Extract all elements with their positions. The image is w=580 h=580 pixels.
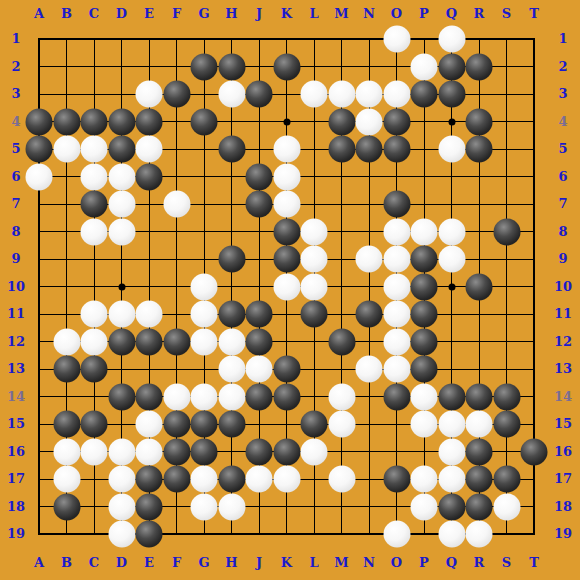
white-stone-D18[interactable] (108, 493, 135, 520)
white-stone-G18[interactable] (191, 493, 218, 520)
column-label-bottom-B: B (54, 556, 80, 570)
white-stone-E11[interactable] (136, 301, 163, 328)
black-stone-E18[interactable] (136, 493, 163, 520)
column-label-top-J: J (246, 7, 272, 21)
white-stone-Q15[interactable] (438, 411, 465, 438)
column-label-bottom-P: P (411, 556, 437, 570)
black-stone-F15[interactable] (163, 411, 190, 438)
black-stone-O5[interactable] (383, 136, 410, 163)
black-stone-J6[interactable] (246, 163, 273, 190)
column-label-bottom-M: M (329, 556, 355, 570)
black-stone-P13[interactable] (411, 356, 438, 383)
black-stone-R4[interactable] (466, 108, 493, 135)
black-stone-C13[interactable] (81, 356, 108, 383)
white-stone-M3[interactable] (328, 81, 355, 108)
white-stone-D16[interactable] (108, 438, 135, 465)
column-label-top-K: K (274, 7, 300, 21)
star-point (283, 118, 290, 125)
white-stone-R15[interactable] (466, 411, 493, 438)
white-stone-N4[interactable] (356, 108, 383, 135)
black-stone-O17[interactable] (383, 466, 410, 493)
row-label-left-6: 6 (3, 170, 29, 184)
white-stone-L8[interactable] (301, 218, 328, 245)
white-stone-H12[interactable] (218, 328, 245, 355)
row-label-left-4: 4 (3, 115, 29, 129)
white-stone-D11[interactable] (108, 301, 135, 328)
white-stone-M15[interactable] (328, 411, 355, 438)
black-stone-D5[interactable] (108, 136, 135, 163)
white-stone-E3[interactable] (136, 81, 163, 108)
black-stone-B15[interactable] (53, 411, 80, 438)
row-label-right-14: 14 (550, 390, 576, 404)
white-stone-O1[interactable] (383, 26, 410, 53)
white-stone-D7[interactable] (108, 191, 135, 218)
black-stone-E4[interactable] (136, 108, 163, 135)
black-stone-F16[interactable] (163, 438, 190, 465)
white-stone-O11[interactable] (383, 301, 410, 328)
black-stone-G4[interactable] (191, 108, 218, 135)
column-label-top-C: C (81, 7, 107, 21)
black-stone-H17[interactable] (218, 466, 245, 493)
white-stone-H18[interactable] (218, 493, 245, 520)
row-label-left-11: 11 (3, 307, 29, 321)
column-label-top-H: H (219, 7, 245, 21)
star-point (118, 283, 125, 290)
black-stone-A5[interactable] (26, 136, 53, 163)
black-stone-C4[interactable] (81, 108, 108, 135)
white-stone-B17[interactable] (53, 466, 80, 493)
row-label-right-10: 10 (550, 280, 576, 294)
column-label-top-O: O (384, 7, 410, 21)
white-stone-O10[interactable] (383, 273, 410, 300)
black-stone-N11[interactable] (356, 301, 383, 328)
row-label-left-5: 5 (3, 142, 29, 156)
black-stone-B4[interactable] (53, 108, 80, 135)
row-label-right-11: 11 (550, 307, 576, 321)
go-board[interactable]: AABBCCDDEEFFGGHHJJKKLLMMNNOOPPQQRRSSTT11… (0, 0, 580, 580)
column-label-bottom-N: N (356, 556, 382, 570)
white-stone-K10[interactable] (273, 273, 300, 300)
white-stone-P15[interactable] (411, 411, 438, 438)
white-stone-M17[interactable] (328, 466, 355, 493)
column-label-bottom-R: R (466, 556, 492, 570)
white-stone-G17[interactable] (191, 466, 218, 493)
column-label-top-L: L (301, 7, 327, 21)
column-label-bottom-O: O (384, 556, 410, 570)
column-label-top-Q: Q (439, 7, 465, 21)
black-stone-B13[interactable] (53, 356, 80, 383)
row-label-left-9: 9 (3, 252, 29, 266)
row-label-right-9: 9 (550, 252, 576, 266)
white-stone-L3[interactable] (301, 81, 328, 108)
black-stone-H9[interactable] (218, 246, 245, 273)
column-label-top-A: A (26, 7, 52, 21)
black-stone-K8[interactable] (273, 218, 300, 245)
white-stone-P17[interactable] (411, 466, 438, 493)
black-stone-K13[interactable] (273, 356, 300, 383)
column-label-bottom-H: H (219, 556, 245, 570)
row-label-left-13: 13 (3, 362, 29, 376)
row-label-right-13: 13 (550, 362, 576, 376)
black-stone-C7[interactable] (81, 191, 108, 218)
black-stone-G15[interactable] (191, 411, 218, 438)
star-point (448, 118, 455, 125)
white-stone-D17[interactable] (108, 466, 135, 493)
black-stone-H15[interactable] (218, 411, 245, 438)
black-stone-A4[interactable] (26, 108, 53, 135)
black-stone-R10[interactable] (466, 273, 493, 300)
white-stone-B16[interactable] (53, 438, 80, 465)
white-stone-P14[interactable] (411, 383, 438, 410)
row-label-right-19: 19 (550, 527, 576, 541)
row-label-right-4: 4 (550, 115, 576, 129)
white-stone-H14[interactable] (218, 383, 245, 410)
column-label-top-M: M (329, 7, 355, 21)
white-stone-C5[interactable] (81, 136, 108, 163)
row-label-left-1: 1 (3, 32, 29, 46)
black-stone-H11[interactable] (218, 301, 245, 328)
white-stone-K5[interactable] (273, 136, 300, 163)
white-stone-F7[interactable] (163, 191, 190, 218)
black-stone-O4[interactable] (383, 108, 410, 135)
white-stone-B5[interactable] (53, 136, 80, 163)
white-stone-L16[interactable] (301, 438, 328, 465)
row-label-left-10: 10 (3, 280, 29, 294)
black-stone-K9[interactable] (273, 246, 300, 273)
white-stone-Q5[interactable] (438, 136, 465, 163)
white-stone-O3[interactable] (383, 81, 410, 108)
white-stone-O9[interactable] (383, 246, 410, 273)
column-label-top-E: E (136, 7, 162, 21)
white-stone-G12[interactable] (191, 328, 218, 355)
black-stone-D4[interactable] (108, 108, 135, 135)
black-stone-R14[interactable] (466, 383, 493, 410)
white-stone-O8[interactable] (383, 218, 410, 245)
black-stone-R2[interactable] (466, 53, 493, 80)
white-stone-Q16[interactable] (438, 438, 465, 465)
white-stone-O12[interactable] (383, 328, 410, 355)
column-label-bottom-A: A (26, 556, 52, 570)
black-stone-O14[interactable] (383, 383, 410, 410)
white-stone-A6[interactable] (26, 163, 53, 190)
white-stone-J13[interactable] (246, 356, 273, 383)
black-stone-J3[interactable] (246, 81, 273, 108)
black-stone-Q2[interactable] (438, 53, 465, 80)
column-label-top-F: F (164, 7, 190, 21)
column-label-top-S: S (494, 7, 520, 21)
black-stone-K16[interactable] (273, 438, 300, 465)
row-label-right-5: 5 (550, 142, 576, 156)
black-stone-S14[interactable] (493, 383, 520, 410)
row-label-left-17: 17 (3, 472, 29, 486)
star-point (448, 283, 455, 290)
black-stone-L15[interactable] (301, 411, 328, 438)
row-label-right-7: 7 (550, 197, 576, 211)
row-label-right-12: 12 (550, 335, 576, 349)
white-stone-E16[interactable] (136, 438, 163, 465)
white-stone-M14[interactable] (328, 383, 355, 410)
white-stone-O19[interactable] (383, 521, 410, 548)
black-stone-J7[interactable] (246, 191, 273, 218)
column-label-top-R: R (466, 7, 492, 21)
white-stone-J17[interactable] (246, 466, 273, 493)
white-stone-P2[interactable] (411, 53, 438, 80)
black-stone-Q3[interactable] (438, 81, 465, 108)
white-stone-F14[interactable] (163, 383, 190, 410)
black-stone-G2[interactable] (191, 53, 218, 80)
row-label-right-6: 6 (550, 170, 576, 184)
black-stone-S8[interactable] (493, 218, 520, 245)
column-label-bottom-T: T (521, 556, 547, 570)
white-stone-C16[interactable] (81, 438, 108, 465)
white-stone-K6[interactable] (273, 163, 300, 190)
grid-line-vertical (506, 38, 507, 535)
white-stone-L9[interactable] (301, 246, 328, 273)
row-label-right-16: 16 (550, 445, 576, 459)
white-stone-C8[interactable] (81, 218, 108, 245)
black-stone-E17[interactable] (136, 466, 163, 493)
black-stone-P3[interactable] (411, 81, 438, 108)
white-stone-K17[interactable] (273, 466, 300, 493)
white-stone-Q17[interactable] (438, 466, 465, 493)
black-stone-J12[interactable] (246, 328, 273, 355)
row-label-right-2: 2 (550, 60, 576, 74)
white-stone-R19[interactable] (466, 521, 493, 548)
white-stone-D6[interactable] (108, 163, 135, 190)
white-stone-O13[interactable] (383, 356, 410, 383)
white-stone-H13[interactable] (218, 356, 245, 383)
row-label-right-1: 1 (550, 32, 576, 46)
row-label-left-14: 14 (3, 390, 29, 404)
row-label-left-12: 12 (3, 335, 29, 349)
row-label-left-15: 15 (3, 417, 29, 431)
column-label-bottom-D: D (109, 556, 135, 570)
black-stone-S15[interactable] (493, 411, 520, 438)
black-stone-H5[interactable] (218, 136, 245, 163)
white-stone-B12[interactable] (53, 328, 80, 355)
white-stone-G14[interactable] (191, 383, 218, 410)
white-stone-N13[interactable] (356, 356, 383, 383)
column-label-bottom-Q: Q (439, 556, 465, 570)
white-stone-Q19[interactable] (438, 521, 465, 548)
black-stone-E12[interactable] (136, 328, 163, 355)
black-stone-R5[interactable] (466, 136, 493, 163)
white-stone-G11[interactable] (191, 301, 218, 328)
black-stone-K14[interactable] (273, 383, 300, 410)
black-stone-E6[interactable] (136, 163, 163, 190)
black-stone-D14[interactable] (108, 383, 135, 410)
column-label-bottom-G: G (191, 556, 217, 570)
white-stone-H3[interactable] (218, 81, 245, 108)
white-stone-C12[interactable] (81, 328, 108, 355)
column-label-top-B: B (54, 7, 80, 21)
white-stone-G10[interactable] (191, 273, 218, 300)
black-stone-G16[interactable] (191, 438, 218, 465)
black-stone-F17[interactable] (163, 466, 190, 493)
black-stone-P11[interactable] (411, 301, 438, 328)
white-stone-K7[interactable] (273, 191, 300, 218)
white-stone-D8[interactable] (108, 218, 135, 245)
white-stone-E15[interactable] (136, 411, 163, 438)
black-stone-J14[interactable] (246, 383, 273, 410)
white-stone-Q1[interactable] (438, 26, 465, 53)
black-stone-C15[interactable] (81, 411, 108, 438)
column-label-bottom-L: L (301, 556, 327, 570)
row-label-right-18: 18 (550, 500, 576, 514)
white-stone-N3[interactable] (356, 81, 383, 108)
black-stone-P9[interactable] (411, 246, 438, 273)
row-label-right-17: 17 (550, 472, 576, 486)
black-stone-L11[interactable] (301, 301, 328, 328)
black-stone-B18[interactable] (53, 493, 80, 520)
white-stone-S18[interactable] (493, 493, 520, 520)
black-stone-T16[interactable] (521, 438, 548, 465)
black-stone-F12[interactable] (163, 328, 190, 355)
column-label-bottom-K: K (274, 556, 300, 570)
row-label-left-19: 19 (3, 527, 29, 541)
row-label-left-7: 7 (3, 197, 29, 211)
white-stone-C11[interactable] (81, 301, 108, 328)
black-stone-Q14[interactable] (438, 383, 465, 410)
white-stone-E5[interactable] (136, 136, 163, 163)
white-stone-Q9[interactable] (438, 246, 465, 273)
black-stone-O7[interactable] (383, 191, 410, 218)
row-label-right-15: 15 (550, 417, 576, 431)
column-label-bottom-F: F (164, 556, 190, 570)
white-stone-L10[interactable] (301, 273, 328, 300)
row-label-right-3: 3 (550, 87, 576, 101)
white-stone-D19[interactable] (108, 521, 135, 548)
column-label-top-T: T (521, 7, 547, 21)
black-stone-Q18[interactable] (438, 493, 465, 520)
black-stone-R16[interactable] (466, 438, 493, 465)
black-stone-E19[interactable] (136, 521, 163, 548)
black-stone-K2[interactable] (273, 53, 300, 80)
black-stone-H2[interactable] (218, 53, 245, 80)
column-label-bottom-C: C (81, 556, 107, 570)
column-label-bottom-S: S (494, 556, 520, 570)
black-stone-P12[interactable] (411, 328, 438, 355)
black-stone-S17[interactable] (493, 466, 520, 493)
row-label-left-3: 3 (3, 87, 29, 101)
black-stone-F3[interactable] (163, 81, 190, 108)
white-stone-P8[interactable] (411, 218, 438, 245)
white-stone-Q8[interactable] (438, 218, 465, 245)
black-stone-R17[interactable] (466, 466, 493, 493)
row-label-right-8: 8 (550, 225, 576, 239)
column-label-bottom-J: J (246, 556, 272, 570)
row-label-left-2: 2 (3, 60, 29, 74)
black-stone-P10[interactable] (411, 273, 438, 300)
black-stone-M4[interactable] (328, 108, 355, 135)
black-stone-R18[interactable] (466, 493, 493, 520)
row-label-left-18: 18 (3, 500, 29, 514)
black-stone-J11[interactable] (246, 301, 273, 328)
white-stone-N9[interactable] (356, 246, 383, 273)
column-label-top-D: D (109, 7, 135, 21)
white-stone-C6[interactable] (81, 163, 108, 190)
column-label-top-P: P (411, 7, 437, 21)
row-label-left-16: 16 (3, 445, 29, 459)
black-stone-M12[interactable] (328, 328, 355, 355)
black-stone-J16[interactable] (246, 438, 273, 465)
row-label-left-8: 8 (3, 225, 29, 239)
black-stone-M5[interactable] (328, 136, 355, 163)
black-stone-D12[interactable] (108, 328, 135, 355)
black-stone-N5[interactable] (356, 136, 383, 163)
column-label-bottom-E: E (136, 556, 162, 570)
white-stone-P18[interactable] (411, 493, 438, 520)
column-label-top-N: N (356, 7, 382, 21)
black-stone-E14[interactable] (136, 383, 163, 410)
column-label-top-G: G (191, 7, 217, 21)
